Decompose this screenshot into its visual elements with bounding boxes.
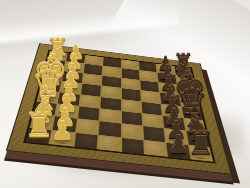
square-a5 bbox=[122, 138, 144, 155]
square-a4 bbox=[98, 135, 120, 152]
board-grid bbox=[23, 50, 216, 164]
square-a2 bbox=[50, 130, 75, 147]
square-a3 bbox=[74, 133, 98, 150]
square-b4 bbox=[99, 121, 121, 136]
square-b5 bbox=[122, 124, 143, 139]
square-a6 bbox=[144, 140, 167, 157]
square-b3 bbox=[76, 119, 99, 134]
square-a7 bbox=[166, 143, 190, 160]
square-a1 bbox=[26, 128, 52, 144]
square-a8 bbox=[189, 145, 213, 162]
square-b1 bbox=[30, 114, 55, 129]
chess-set-photo: ♜♟♟♜♞♟♟♞♝♟♟♝♚♟♟♚♛♟♟♛♝♟♟♝♞♟♟♞♜♟♟♜ bbox=[0, 0, 250, 188]
